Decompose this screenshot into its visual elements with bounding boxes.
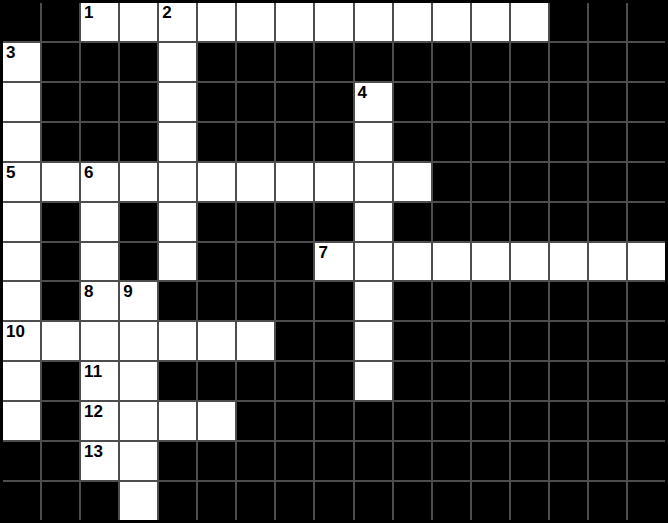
cell-r9c14-block	[511, 322, 548, 360]
cell-r11c13-block	[472, 402, 509, 440]
cell-r7c7-block	[237, 243, 274, 281]
cell-r12c15-block	[550, 442, 587, 480]
cell-r3c12-block	[433, 83, 470, 121]
cell-r7c5[interactable]	[159, 243, 196, 281]
cell-r11c7-block	[237, 402, 274, 440]
cell-r11c14-block	[511, 402, 548, 440]
cell-r12c1-block	[3, 442, 40, 480]
cell-r2c13-block	[472, 43, 509, 81]
cell-r11c15-block	[550, 402, 587, 440]
cell-r9c8-block	[276, 322, 313, 360]
cell-r7c17[interactable]	[628, 243, 665, 281]
cell-r1c10[interactable]	[355, 3, 392, 41]
cell-r4c9-block	[315, 123, 352, 161]
cell-r3c3-block	[81, 83, 118, 121]
cell-r12c5-block	[159, 442, 196, 480]
cell-r1c13[interactable]	[472, 3, 509, 41]
cell-r3c11-block	[394, 83, 431, 121]
cell-r13c6-block	[198, 482, 235, 520]
cell-r7c3[interactable]	[81, 243, 118, 281]
cell-r4c5[interactable]	[159, 123, 196, 161]
cell-r10c3[interactable]: 11	[81, 362, 118, 400]
cell-r2c1[interactable]: 3	[3, 43, 40, 81]
cell-r7c6-block	[198, 243, 235, 281]
cell-r4c7-block	[237, 123, 274, 161]
cell-r12c6-block	[198, 442, 235, 480]
cell-r13c9-block	[315, 482, 352, 520]
cell-r4c13-block	[472, 123, 509, 161]
cell-r12c4[interactable]	[120, 442, 157, 480]
cell-r1c2-block	[42, 3, 79, 41]
cell-r1c8[interactable]	[276, 3, 313, 41]
cell-r11c10-block	[355, 402, 392, 440]
cell-r10c12-block	[433, 362, 470, 400]
cell-r1c6[interactable]	[198, 3, 235, 41]
cell-r6c6-block	[198, 203, 235, 241]
cell-r10c2-block	[42, 362, 79, 400]
cell-r1c16-block	[589, 3, 626, 41]
cell-r13c10-block	[355, 482, 392, 520]
cell-r3c4-block	[120, 83, 157, 121]
cell-r6c13-block	[472, 203, 509, 241]
cell-r1c4[interactable]	[120, 3, 157, 41]
cell-r7c4-block	[120, 243, 157, 281]
cell-r8c15-block	[550, 282, 587, 320]
cell-r6c9-block	[315, 203, 352, 241]
clue-number-9: 9	[123, 282, 132, 301]
cell-r13c15-block	[550, 482, 587, 520]
cell-r5c17-block	[628, 163, 665, 201]
cell-r13c11-block	[394, 482, 431, 520]
cell-r6c4-block	[120, 203, 157, 241]
cell-r2c11-block	[394, 43, 431, 81]
cell-r8c7-block	[237, 282, 274, 320]
cell-r9c2[interactable]	[42, 322, 79, 360]
cell-r11c6[interactable]	[198, 402, 235, 440]
cell-r12c11-block	[394, 442, 431, 480]
cell-r13c7-block	[237, 482, 274, 520]
cell-r5c10[interactable]	[355, 163, 392, 201]
cell-r3c7-block	[237, 83, 274, 121]
cell-r5c16-block	[589, 163, 626, 201]
cell-r11c17-block	[628, 402, 665, 440]
cell-r9c4[interactable]	[120, 322, 157, 360]
cell-r5c5[interactable]	[159, 163, 196, 201]
cell-r12c17-block	[628, 442, 665, 480]
cell-r10c13-block	[472, 362, 509, 400]
cell-r12c10-block	[355, 442, 392, 480]
clue-number-11: 11	[84, 362, 102, 381]
cell-r7c8-block	[276, 243, 313, 281]
cell-r5c3[interactable]: 6	[81, 163, 118, 201]
cell-r11c2-block	[42, 402, 79, 440]
cell-r6c12-block	[433, 203, 470, 241]
cell-r7c2-block	[42, 243, 79, 281]
cell-r9c10[interactable]	[355, 322, 392, 360]
cell-r2c8-block	[276, 43, 313, 81]
cell-r1c17-block	[628, 3, 665, 41]
cell-r7c1[interactable]	[3, 243, 40, 281]
cell-r13c3-block	[81, 482, 118, 520]
cell-r9c7[interactable]	[237, 322, 274, 360]
cell-r9c12-block	[433, 322, 470, 360]
cell-r11c1[interactable]	[3, 402, 40, 440]
cell-r8c9-block	[315, 282, 352, 320]
cell-r10c10[interactable]	[355, 362, 392, 400]
cell-r5c13-block	[472, 163, 509, 201]
cell-r6c10[interactable]	[355, 203, 392, 241]
cell-r10c8-block	[276, 362, 313, 400]
cell-r5c15-block	[550, 163, 587, 201]
cell-r10c9-block	[315, 362, 352, 400]
clue-number-7: 7	[318, 243, 327, 262]
cell-r8c10[interactable]	[355, 282, 392, 320]
cell-r11c12-block	[433, 402, 470, 440]
crossword-grid: 12345678910111213	[0, 0, 668, 523]
clue-number-3: 3	[6, 43, 15, 62]
cell-r8c17-block	[628, 282, 665, 320]
cell-r6c11-block	[394, 203, 431, 241]
cell-r2c15-block	[550, 43, 587, 81]
clue-number-4: 4	[358, 83, 367, 102]
cell-r5c8[interactable]	[276, 163, 313, 201]
cell-r3c9-block	[315, 83, 352, 121]
cell-r13c1-block	[3, 482, 40, 520]
cell-r3c14-block	[511, 83, 548, 121]
cell-r9c16-block	[589, 322, 626, 360]
cell-r1c5[interactable]: 2	[159, 3, 196, 41]
cell-r12c7-block	[237, 442, 274, 480]
cell-r6c1[interactable]	[3, 203, 40, 241]
cell-r3c8-block	[276, 83, 313, 121]
cell-r8c3[interactable]: 8	[81, 282, 118, 320]
cell-r5c6[interactable]	[198, 163, 235, 201]
cell-r2c14-block	[511, 43, 548, 81]
cell-r5c2[interactable]	[42, 163, 79, 201]
cell-r1c3[interactable]: 1	[81, 3, 118, 41]
cell-r5c12-block	[433, 163, 470, 201]
cell-r3c17-block	[628, 83, 665, 121]
clue-number-5: 5	[6, 163, 15, 182]
cell-r11c11-block	[394, 402, 431, 440]
cell-r13c8-block	[276, 482, 313, 520]
cell-r11c8-block	[276, 402, 313, 440]
cell-r13c4[interactable]	[120, 482, 157, 520]
cell-r5c7[interactable]	[237, 163, 274, 201]
cell-r2c9-block	[315, 43, 352, 81]
cell-r2c16-block	[589, 43, 626, 81]
cell-r7c13[interactable]	[472, 243, 509, 281]
cell-r12c16-block	[589, 442, 626, 480]
cell-r7c10[interactable]	[355, 243, 392, 281]
cell-r4c17-block	[628, 123, 665, 161]
cell-r2c2-block	[42, 43, 79, 81]
cell-r8c16-block	[589, 282, 626, 320]
cell-r4c4-block	[120, 123, 157, 161]
cell-r3c15-block	[550, 83, 587, 121]
cell-r1c1-block	[3, 3, 40, 41]
cell-r1c7[interactable]	[237, 3, 274, 41]
cell-r1c9[interactable]	[315, 3, 352, 41]
cell-r12c12-block	[433, 442, 470, 480]
cell-r7c16[interactable]	[589, 243, 626, 281]
cell-r8c4[interactable]: 9	[120, 282, 157, 320]
cell-r4c16-block	[589, 123, 626, 161]
cell-r6c7-block	[237, 203, 274, 241]
cell-r3c6-block	[198, 83, 235, 121]
cell-r12c13-block	[472, 442, 509, 480]
cell-r8c14-block	[511, 282, 548, 320]
cell-r4c12-block	[433, 123, 470, 161]
cell-r13c2-block	[42, 482, 79, 520]
cell-r4c6-block	[198, 123, 235, 161]
cell-r9c1[interactable]: 10	[3, 322, 40, 360]
clue-number-2: 2	[162, 3, 171, 22]
cell-r9c17-block	[628, 322, 665, 360]
cell-r9c15-block	[550, 322, 587, 360]
cell-r3c1[interactable]	[3, 83, 40, 121]
clue-number-13: 13	[84, 442, 103, 461]
cell-r11c9-block	[315, 402, 352, 440]
cell-r11c3[interactable]: 12	[81, 402, 118, 440]
clue-number-10: 10	[6, 322, 25, 341]
cell-r13c13-block	[472, 482, 509, 520]
cell-r13c16-block	[589, 482, 626, 520]
cell-r10c16-block	[589, 362, 626, 400]
cell-r1c15-block	[550, 3, 587, 41]
cell-r11c4[interactable]	[120, 402, 157, 440]
cell-r10c6-block	[198, 362, 235, 400]
cell-r12c2-block	[42, 442, 79, 480]
cell-r2c4-block	[120, 43, 157, 81]
cell-r13c17-block	[628, 482, 665, 520]
cell-r10c5-block	[159, 362, 196, 400]
cell-r2c12-block	[433, 43, 470, 81]
cell-r9c6[interactable]	[198, 322, 235, 360]
cell-r2c5[interactable]	[159, 43, 196, 81]
cell-r4c10[interactable]	[355, 123, 392, 161]
clue-number-1: 1	[84, 3, 93, 22]
cell-r7c15[interactable]	[550, 243, 587, 281]
cell-r10c14-block	[511, 362, 548, 400]
cell-r4c11-block	[394, 123, 431, 161]
cell-r9c13-block	[472, 322, 509, 360]
cell-r10c1[interactable]	[3, 362, 40, 400]
cell-r4c15-block	[550, 123, 587, 161]
cell-r4c14-block	[511, 123, 548, 161]
clue-number-6: 6	[84, 163, 93, 182]
cell-r10c15-block	[550, 362, 587, 400]
cell-r4c1[interactable]	[3, 123, 40, 161]
cell-r6c16-block	[589, 203, 626, 241]
cell-r10c17-block	[628, 362, 665, 400]
cell-r2c17-block	[628, 43, 665, 81]
cell-r4c2-block	[42, 123, 79, 161]
cell-r8c8-block	[276, 282, 313, 320]
cell-r11c16-block	[589, 402, 626, 440]
cell-r8c2-block	[42, 282, 79, 320]
cell-r12c3[interactable]: 13	[81, 442, 118, 480]
cell-r6c14-block	[511, 203, 548, 241]
cell-r8c1[interactable]	[3, 282, 40, 320]
cell-r6c15-block	[550, 203, 587, 241]
cell-r1c12[interactable]	[433, 3, 470, 41]
cell-r6c3[interactable]	[81, 203, 118, 241]
cell-r1c14[interactable]	[511, 3, 548, 41]
cell-r13c12-block	[433, 482, 470, 520]
cell-r6c17-block	[628, 203, 665, 241]
cell-r7c14[interactable]	[511, 243, 548, 281]
cell-r9c5[interactable]	[159, 322, 196, 360]
cell-r7c9[interactable]: 7	[315, 243, 352, 281]
cell-r6c5[interactable]	[159, 203, 196, 241]
cell-r10c11-block	[394, 362, 431, 400]
cell-r5c9[interactable]	[315, 163, 352, 201]
cell-r9c3[interactable]	[81, 322, 118, 360]
cell-r13c14-block	[511, 482, 548, 520]
cell-r3c13-block	[472, 83, 509, 121]
cell-r9c11-block	[394, 322, 431, 360]
clue-number-8: 8	[84, 282, 93, 301]
cell-r11c5[interactable]	[159, 402, 196, 440]
cell-r5c11[interactable]	[394, 163, 431, 201]
cell-r9c9-block	[315, 322, 352, 360]
cell-r8c12-block	[433, 282, 470, 320]
cell-r13c5-block	[159, 482, 196, 520]
cell-r2c6-block	[198, 43, 235, 81]
cell-r3c10[interactable]: 4	[355, 83, 392, 121]
cell-r6c2-block	[42, 203, 79, 241]
cell-r8c13-block	[472, 282, 509, 320]
cell-r7c12[interactable]	[433, 243, 470, 281]
clue-number-12: 12	[84, 402, 103, 421]
cell-r2c10-block	[355, 43, 392, 81]
cell-r8c6-block	[198, 282, 235, 320]
cell-r2c7-block	[237, 43, 274, 81]
cell-r4c3-block	[81, 123, 118, 161]
cell-r6c8-block	[276, 203, 313, 241]
cell-r7c11[interactable]	[394, 243, 431, 281]
cell-r5c1[interactable]: 5	[3, 163, 40, 201]
cell-r2c3-block	[81, 43, 118, 81]
cell-r12c9-block	[315, 442, 352, 480]
cell-r10c4[interactable]	[120, 362, 157, 400]
cell-r8c11-block	[394, 282, 431, 320]
cell-r3c16-block	[589, 83, 626, 121]
cell-r3c2-block	[42, 83, 79, 121]
cell-r4c8-block	[276, 123, 313, 161]
cell-r3c5[interactable]	[159, 83, 196, 121]
cell-r12c14-block	[511, 442, 548, 480]
cell-r8c5-block	[159, 282, 196, 320]
cell-r1c11[interactable]	[394, 3, 431, 41]
cell-r5c4[interactable]	[120, 163, 157, 201]
cell-r10c7-block	[237, 362, 274, 400]
cell-r5c14-block	[511, 163, 548, 201]
cell-r12c8-block	[276, 442, 313, 480]
